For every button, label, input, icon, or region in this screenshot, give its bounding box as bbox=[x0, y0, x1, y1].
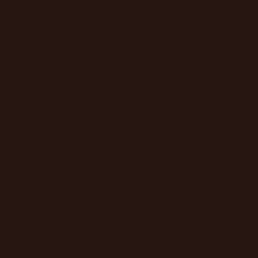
board-frame bbox=[0, 0, 258, 258]
chessboard bbox=[4, 4, 254, 254]
